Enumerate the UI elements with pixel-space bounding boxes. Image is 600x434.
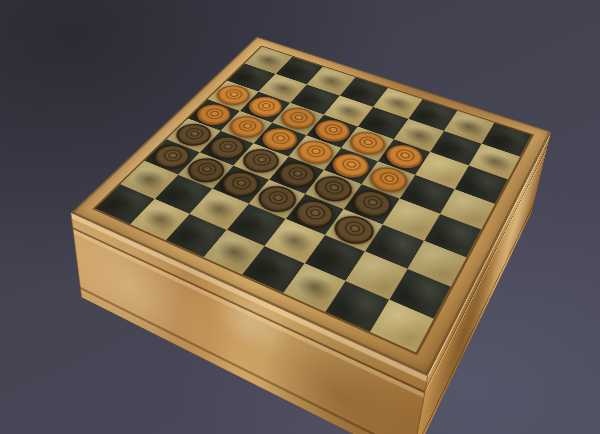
- checker-disc-dark[interactable]: [350, 188, 394, 219]
- square-h1[interactable]: [370, 299, 434, 352]
- photo-backdrop: ♜♝♞♛♚♞♝♜♟♟♟♟♟♟♟♟♟♟♟♟♟♟♜♝♞♛♚♝: [0, 0, 600, 434]
- checker-disc-orange[interactable]: [384, 143, 425, 171]
- checker-disc-dark[interactable]: [331, 213, 376, 246]
- checker-disc-orange[interactable]: [312, 118, 352, 144]
- checker-disc-orange[interactable]: [226, 114, 267, 140]
- checker-disc-orange[interactable]: [347, 130, 388, 157]
- piece-shadow: [289, 269, 341, 307]
- chess-box: ♜♝♞♛♚♞♝♜♟♟♟♟♟♟♟♟♟♟♟♟♟♟♜♝♞♛♚♝: [71, 37, 551, 376]
- piece-shadow: [435, 135, 478, 162]
- checker-disc-dark[interactable]: [312, 174, 355, 204]
- piece-shadow: [486, 127, 528, 153]
- piece-shadow: [398, 123, 440, 149]
- piece-shadow: [412, 103, 453, 127]
